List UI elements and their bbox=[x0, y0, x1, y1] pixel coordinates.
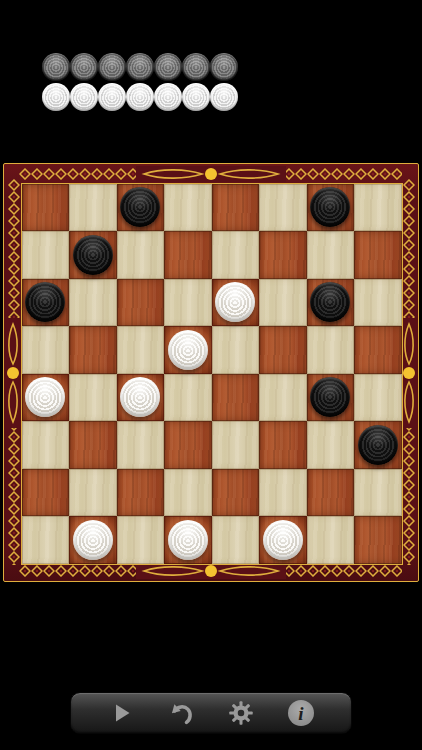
tray-piece-white bbox=[210, 83, 238, 111]
toolbar: i bbox=[70, 692, 352, 734]
square-r6c3[interactable] bbox=[164, 469, 212, 517]
square-r1c7[interactable] bbox=[354, 231, 402, 279]
square-r3c0[interactable] bbox=[22, 326, 70, 374]
tray-piece-white bbox=[154, 83, 182, 111]
square-r0c2[interactable] bbox=[117, 184, 165, 232]
tray-piece-white bbox=[126, 83, 154, 111]
play-button[interactable] bbox=[108, 700, 134, 726]
square-r6c0[interactable] bbox=[22, 469, 70, 517]
square-r5c7[interactable] bbox=[354, 421, 402, 469]
square-r2c7[interactable] bbox=[354, 279, 402, 327]
white-piece[interactable] bbox=[263, 520, 303, 560]
white-piece[interactable] bbox=[215, 282, 255, 322]
square-r2c6[interactable] bbox=[307, 279, 355, 327]
square-r2c0[interactable] bbox=[22, 279, 70, 327]
square-r7c1[interactable] bbox=[69, 516, 117, 564]
square-r5c4[interactable] bbox=[212, 421, 260, 469]
square-r5c3[interactable] bbox=[164, 421, 212, 469]
tray-piece-white bbox=[98, 83, 126, 111]
frame-ornament-right bbox=[401, 318, 417, 428]
tray-piece-gray bbox=[210, 53, 238, 81]
square-r2c1[interactable] bbox=[69, 279, 117, 327]
info-button[interactable]: i bbox=[288, 700, 314, 726]
black-piece[interactable] bbox=[73, 235, 113, 275]
black-piece[interactable] bbox=[120, 187, 160, 227]
settings-button[interactable] bbox=[228, 700, 254, 726]
square-r4c1[interactable] bbox=[69, 374, 117, 422]
square-r3c2[interactable] bbox=[117, 326, 165, 374]
square-r1c3[interactable] bbox=[164, 231, 212, 279]
white-piece[interactable] bbox=[168, 520, 208, 560]
tray-piece-gray bbox=[126, 53, 154, 81]
square-r6c4[interactable] bbox=[212, 469, 260, 517]
square-r7c6[interactable] bbox=[307, 516, 355, 564]
square-r4c7[interactable] bbox=[354, 374, 402, 422]
black-piece[interactable] bbox=[310, 187, 350, 227]
square-r0c7[interactable] bbox=[354, 184, 402, 232]
white-piece[interactable] bbox=[120, 377, 160, 417]
square-r0c0[interactable] bbox=[22, 184, 70, 232]
frame-ornament-bottom bbox=[136, 563, 286, 579]
square-r6c6[interactable] bbox=[307, 469, 355, 517]
square-r0c3[interactable] bbox=[164, 184, 212, 232]
captured-tray bbox=[42, 53, 238, 113]
square-r6c2[interactable] bbox=[117, 469, 165, 517]
tray-row-white bbox=[42, 83, 238, 111]
tray-piece-gray bbox=[98, 53, 126, 81]
app-screen: i bbox=[0, 0, 422, 750]
square-r7c4[interactable] bbox=[212, 516, 260, 564]
square-r0c1[interactable] bbox=[69, 184, 117, 232]
square-r3c5[interactable] bbox=[259, 326, 307, 374]
square-r3c3[interactable] bbox=[164, 326, 212, 374]
square-r2c3[interactable] bbox=[164, 279, 212, 327]
square-r3c7[interactable] bbox=[354, 326, 402, 374]
square-r7c5[interactable] bbox=[259, 516, 307, 564]
square-r4c5[interactable] bbox=[259, 374, 307, 422]
square-r7c7[interactable] bbox=[354, 516, 402, 564]
gear-icon bbox=[228, 700, 254, 726]
tray-piece-gray bbox=[42, 53, 70, 81]
tray-piece-gray bbox=[182, 53, 210, 81]
square-r5c1[interactable] bbox=[69, 421, 117, 469]
square-r7c2[interactable] bbox=[117, 516, 165, 564]
square-r1c2[interactable] bbox=[117, 231, 165, 279]
play-icon bbox=[109, 701, 133, 725]
square-r4c0[interactable] bbox=[22, 374, 70, 422]
black-piece[interactable] bbox=[310, 377, 350, 417]
square-r6c5[interactable] bbox=[259, 469, 307, 517]
square-r4c2[interactable] bbox=[117, 374, 165, 422]
square-r3c4[interactable] bbox=[212, 326, 260, 374]
square-r6c7[interactable] bbox=[354, 469, 402, 517]
square-r1c6[interactable] bbox=[307, 231, 355, 279]
square-r7c0[interactable] bbox=[22, 516, 70, 564]
frame-ornament-top bbox=[136, 166, 286, 182]
square-r2c5[interactable] bbox=[259, 279, 307, 327]
square-r5c0[interactable] bbox=[22, 421, 70, 469]
tray-piece-white bbox=[42, 83, 70, 111]
square-r2c4[interactable] bbox=[212, 279, 260, 327]
black-piece[interactable] bbox=[310, 282, 350, 322]
square-r3c1[interactable] bbox=[69, 326, 117, 374]
square-r7c3[interactable] bbox=[164, 516, 212, 564]
white-piece[interactable] bbox=[25, 377, 65, 417]
square-r4c6[interactable] bbox=[307, 374, 355, 422]
frame-ornament-left bbox=[5, 318, 21, 428]
black-piece[interactable] bbox=[358, 425, 398, 465]
info-icon: i bbox=[288, 700, 314, 726]
black-piece[interactable] bbox=[25, 282, 65, 322]
checkers-board bbox=[3, 163, 419, 582]
square-r1c0[interactable] bbox=[22, 231, 70, 279]
tray-piece-gray bbox=[70, 53, 98, 81]
undo-icon bbox=[169, 701, 194, 726]
undo-button[interactable] bbox=[168, 700, 194, 726]
square-r0c5[interactable] bbox=[259, 184, 307, 232]
tray-row-gray bbox=[42, 53, 238, 81]
square-r0c6[interactable] bbox=[307, 184, 355, 232]
tray-piece-white bbox=[70, 83, 98, 111]
square-r4c4[interactable] bbox=[212, 374, 260, 422]
square-r1c4[interactable] bbox=[212, 231, 260, 279]
square-r1c5[interactable] bbox=[259, 231, 307, 279]
playfield bbox=[21, 183, 403, 565]
white-piece[interactable] bbox=[73, 520, 113, 560]
tray-piece-white bbox=[182, 83, 210, 111]
square-r2c2[interactable] bbox=[117, 279, 165, 327]
square-r5c5[interactable] bbox=[259, 421, 307, 469]
white-piece[interactable] bbox=[168, 330, 208, 370]
square-r1c1[interactable] bbox=[69, 231, 117, 279]
square-r0c4[interactable] bbox=[212, 184, 260, 232]
square-r6c1[interactable] bbox=[69, 469, 117, 517]
tray-piece-gray bbox=[154, 53, 182, 81]
square-r5c6[interactable] bbox=[307, 421, 355, 469]
square-r3c6[interactable] bbox=[307, 326, 355, 374]
square-r4c3[interactable] bbox=[164, 374, 212, 422]
square-r5c2[interactable] bbox=[117, 421, 165, 469]
